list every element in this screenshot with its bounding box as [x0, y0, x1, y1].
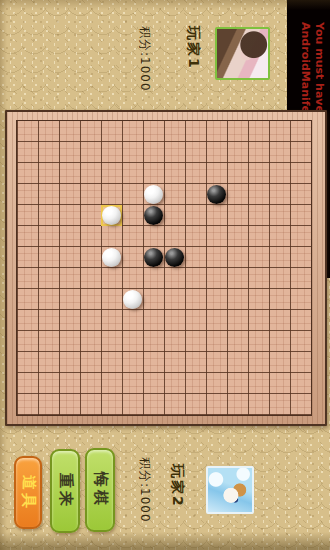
black-stone [207, 185, 226, 204]
player2-avatar [206, 466, 254, 514]
black-stone [144, 206, 163, 225]
black-stone [165, 248, 184, 267]
undo-button-label: 悔棋 [91, 472, 110, 508]
player1-score: 积分:1000 [136, 26, 153, 92]
board-frame [5, 110, 327, 426]
white-stone [144, 185, 163, 204]
player2-score: 积分:1000 [136, 457, 153, 523]
board-play-area[interactable] [16, 120, 312, 416]
black-stone [144, 248, 163, 267]
player2-name: 玩家2 [168, 464, 186, 508]
restart-button-label: 重来 [56, 473, 75, 509]
restart-button[interactable]: 重来 [50, 449, 80, 533]
white-stone [102, 248, 121, 267]
gomoku-app-screen: 积分:1000 玩家1 You must have AdActivity dec… [0, 0, 330, 550]
items-button[interactable]: 道具 [14, 456, 42, 529]
undo-button[interactable]: 悔棋 [85, 448, 115, 532]
player1-name: 玩家1 [184, 26, 202, 70]
white-stone [102, 206, 121, 225]
player1-avatar [215, 27, 270, 80]
white-stone [123, 290, 142, 309]
items-button-label: 道具 [19, 475, 38, 511]
board-grid [17, 121, 311, 415]
